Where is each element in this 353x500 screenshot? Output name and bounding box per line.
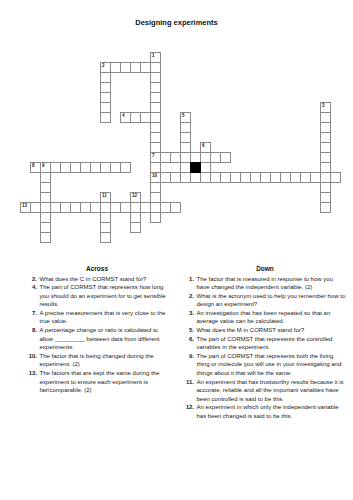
cell-number: 11 [102, 193, 107, 198]
clue-number: 2. [183, 292, 194, 309]
black-cell [190, 162, 201, 173]
clue-item: 3.An investigation that has been repeate… [183, 309, 347, 326]
cell-number: 10 [152, 173, 157, 178]
cell-number: 1 [152, 53, 155, 58]
cell-number: 8 [32, 163, 35, 168]
grid-cell[interactable] [150, 162, 161, 173]
cell-number: 6 [202, 143, 205, 148]
cell-number: 4 [122, 113, 125, 118]
clue-number: 12. [183, 403, 194, 420]
grid-cell[interactable] [150, 142, 161, 153]
grid-cell[interactable] [100, 232, 111, 243]
clue-number: 5. [183, 326, 194, 335]
grid-cell[interactable]: 6 [200, 142, 211, 153]
down-header: Down [183, 265, 347, 272]
grid-cell[interactable] [150, 212, 161, 223]
grid-cell[interactable] [320, 162, 331, 173]
grid-cell[interactable] [130, 222, 141, 233]
clue-number: 9. [183, 352, 194, 378]
clue-text: The part of CORMST that represents the c… [197, 335, 348, 352]
worksheet-page: Designing experiments 24789101313561112 … [0, 0, 353, 500]
clue-number: 8. [26, 326, 37, 352]
clue-item: 10.The factor that is being changed duri… [26, 352, 168, 369]
clue-item: 9.The part of CORMST that represents bot… [183, 352, 347, 378]
clue-text: The part of CORMST that represents both … [197, 352, 348, 378]
clue-text: The factor that is being changed during … [40, 352, 169, 369]
clue-number: 3. [183, 309, 194, 326]
clue-item: 4.The part of CORMST that represents how… [26, 283, 168, 309]
clue-text: An experiment in which only the independ… [197, 403, 348, 420]
clue-number: 6. [183, 335, 194, 352]
cell-number: 12 [132, 193, 137, 198]
cell-number: 13 [22, 203, 27, 208]
across-clues-section: Across 2.What does the C in CORMST stand… [26, 265, 168, 395]
across-clue-list: 2.What does the C in CORMST stand for?4.… [26, 275, 168, 395]
cell-number: 9 [42, 163, 45, 168]
grid-cell[interactable] [150, 192, 161, 203]
cell-number: 2 [102, 63, 105, 68]
clue-text: An investigation that has been repeated … [197, 309, 348, 326]
cell-number: 5 [182, 113, 185, 118]
cell-number: 7 [152, 153, 155, 158]
clue-item: 12.An experiment in which only the indep… [183, 403, 347, 420]
clue-text: What is the acronym used to help you rem… [197, 292, 348, 309]
clue-text: A precise measurement that is very close… [40, 309, 169, 326]
down-clue-list: 1.The factor that is measured in respons… [183, 275, 347, 421]
clue-text: The part of CORMST that represents how l… [40, 283, 169, 309]
clue-text: A percentage change or ratio is calculat… [40, 326, 169, 352]
grid-cell[interactable]: 11 [100, 192, 111, 203]
grid-cell[interactable] [40, 232, 51, 243]
grid-cell[interactable] [320, 202, 331, 213]
grid-cell[interactable] [120, 162, 131, 173]
clue-text: An experiment that has trustworthy resul… [197, 378, 348, 404]
clue-number: 11. [183, 378, 194, 404]
across-header: Across [26, 265, 168, 272]
grid-cell[interactable] [100, 112, 111, 123]
clue-item: 7.A precise measurement that is very clo… [26, 309, 168, 326]
crossword-grid: 24789101313561112 [20, 52, 342, 244]
down-clues-section: Down 1.The factor that is measured in re… [183, 265, 347, 421]
clue-item: 6.The part of CORMST that represents the… [183, 335, 347, 352]
clue-number: 7. [26, 309, 37, 326]
clue-number: 10. [26, 352, 37, 369]
clue-item: 2.What is the acronym used to help you r… [183, 292, 347, 309]
clue-item: 13.The factors that are kept the same du… [26, 369, 168, 395]
clue-text: What does the M in CORMST stand for? [197, 326, 348, 335]
grid-cell[interactable]: 12 [130, 192, 141, 203]
clue-item: 11.An experiment that has trustworthy re… [183, 378, 347, 404]
clue-text: What does the C in CORMST stand for? [40, 275, 169, 284]
clue-number: 2. [26, 275, 37, 284]
grid-cell[interactable] [40, 192, 51, 203]
grid-cell[interactable] [170, 202, 181, 213]
clue-number: 1. [183, 275, 194, 292]
clue-number: 4. [26, 283, 37, 309]
clue-text: The factors that are kept the same durin… [40, 369, 169, 395]
grid-cell[interactable] [200, 162, 211, 173]
grid-cell[interactable] [220, 152, 231, 163]
page-title: Designing experiments [0, 18, 353, 27]
clue-item: 2.What does the C in CORMST stand for? [26, 275, 168, 284]
clue-number: 13. [26, 369, 37, 395]
cell-number: 3 [322, 103, 325, 108]
clue-item: 5.What does the M in CORMST stand for? [183, 326, 347, 335]
grid-cell[interactable] [180, 142, 191, 153]
grid-cell[interactable] [150, 102, 161, 113]
grid-cell[interactable] [330, 172, 341, 183]
clue-text: The factor that is measured in response … [197, 275, 348, 292]
grid-cell[interactable]: 1 [150, 52, 161, 63]
clue-item: 1.The factor that is measured in respons… [183, 275, 347, 292]
clue-item: 8.A percentage change or ratio is calcul… [26, 326, 168, 352]
